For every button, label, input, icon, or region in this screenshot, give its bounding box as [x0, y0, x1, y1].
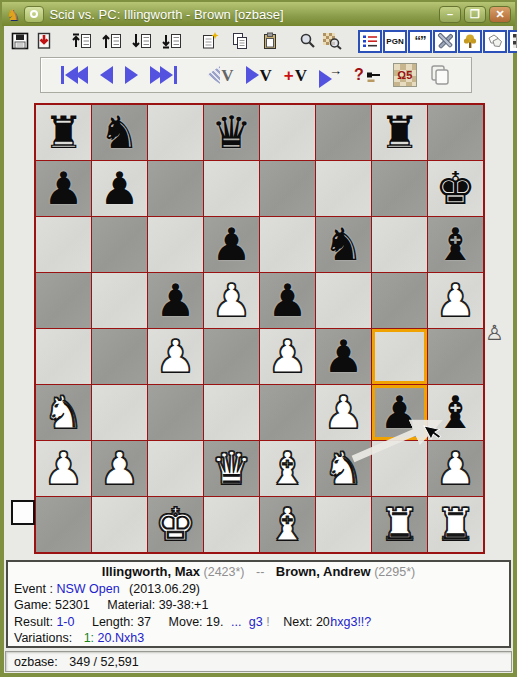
white-player-rating: (2423*) — [204, 565, 245, 579]
save-icon[interactable] — [8, 28, 32, 54]
black-pawn[interactable]: ♟ — [323, 334, 363, 379]
square-d7[interactable] — [204, 161, 259, 216]
autoplay-button[interactable]: → — [315, 60, 346, 90]
game-number: 52301 — [55, 598, 90, 612]
square-a5[interactable] — [36, 273, 91, 328]
square-h5[interactable]: ♟ — [428, 273, 483, 328]
square-c7[interactable] — [148, 161, 203, 216]
leave-variation-button[interactable]: V — [203, 60, 237, 90]
black-rook[interactable]: ♜ — [379, 110, 419, 155]
copy-game-icon[interactable] — [228, 28, 252, 54]
white-rook[interactable]: ♜ — [379, 502, 419, 547]
white-pawn[interactable]: ♟ — [155, 334, 195, 379]
square-h3[interactable]: ♝ — [428, 385, 483, 440]
square-a7[interactable]: ♟ — [36, 161, 91, 216]
square-b4[interactable] — [92, 329, 147, 384]
white-king[interactable]: ♚ — [155, 502, 195, 547]
square-b8[interactable]: ♞ — [92, 105, 147, 160]
close-button[interactable]: ✕ — [489, 6, 511, 23]
maximize-button[interactable]: ❒ — [464, 6, 486, 23]
square-b5[interactable] — [92, 273, 147, 328]
black-pawn[interactable]: ♟ — [211, 222, 251, 267]
white-pawn[interactable]: ♟ — [323, 390, 363, 435]
square-e3[interactable] — [260, 385, 315, 440]
material-label: Material: — [107, 598, 155, 612]
black-queen[interactable]: ♛ — [211, 110, 251, 155]
nav-toolbar: V V +V → ? Ω5 — [40, 57, 472, 93]
square-a2[interactable]: ♟ — [36, 441, 91, 496]
square-b1[interactable] — [92, 497, 147, 552]
tree-icon[interactable] — [458, 30, 482, 53]
enter-variation-button[interactable]: V — [242, 60, 276, 90]
previous-game-icon[interactable] — [100, 28, 124, 54]
export-game-icon[interactable] — [32, 28, 56, 54]
material-value: 39-38:+1 — [159, 598, 209, 612]
copy-board-button[interactable] — [425, 60, 455, 90]
last-move-button[interactable] — [146, 60, 181, 90]
black-pawn[interactable]: ♟ — [155, 278, 195, 323]
square-f1[interactable] — [316, 497, 371, 552]
black-knight[interactable]: ♞ — [323, 222, 363, 267]
add-variation-button[interactable]: +V — [280, 60, 311, 90]
black-pawn[interactable]: ♟ — [99, 166, 139, 211]
square-f7[interactable] — [316, 161, 371, 216]
next-label: Next: — [283, 615, 312, 629]
database-name: ozbase: — [14, 655, 58, 669]
square-h8[interactable] — [428, 105, 483, 160]
result-label: Result: — [14, 615, 53, 629]
move-ellipsis[interactable]: ... — [231, 615, 241, 629]
black-player-name[interactable]: Brown, Andrew — [276, 564, 371, 579]
chess-board: ♜♞♛♜♟♟♚♟♞♝♟♟♟♟♟♟♟♞♟♟♝♟♟♛♝♞♟♚♝♜♜ — [34, 103, 485, 554]
annotate-button[interactable]: ? — [350, 60, 385, 90]
square-h2[interactable]: ♟ — [428, 441, 483, 496]
square-h4[interactable] — [428, 329, 483, 384]
status-bar: ozbase: 349 / 52,591 — [5, 651, 512, 672]
square-c4[interactable]: ♟ — [148, 329, 203, 384]
square-f2[interactable]: ♞ — [316, 441, 371, 496]
square-b3[interactable] — [92, 385, 147, 440]
first-move-button[interactable] — [57, 60, 92, 90]
square-c5[interactable]: ♟ — [148, 273, 203, 328]
black-knight[interactable]: ♞ — [99, 110, 139, 155]
square-b6[interactable] — [92, 217, 147, 272]
square-a8[interactable]: ♜ — [36, 105, 91, 160]
square-g4[interactable] — [372, 329, 427, 384]
variations-label: Variations: — [14, 631, 72, 645]
length-value: 37 — [137, 615, 151, 629]
first-game-icon[interactable] — [70, 28, 94, 54]
length-label: Length: — [92, 615, 134, 629]
next-game-icon[interactable] — [130, 28, 154, 54]
variation-index: 1: — [84, 631, 94, 645]
minimize-button[interactable]: – — [439, 6, 461, 23]
board-area: ♜♞♛♜♟♟♚♟♞♝♟♟♟♟♟♟♟♞♟♟♝♟♟♛♝♞♟♚♝♜♜ ♙ — [4, 96, 513, 560]
square-c1[interactable]: ♚ — [148, 497, 203, 552]
white-queen[interactable]: ♛ — [211, 446, 251, 491]
square-c8[interactable] — [148, 105, 203, 160]
square-f6[interactable]: ♞ — [316, 217, 371, 272]
next-move-button[interactable] — [121, 60, 142, 90]
game-label: Game: — [14, 598, 52, 612]
square-d4[interactable] — [204, 329, 259, 384]
previous-move-button[interactable] — [96, 60, 117, 90]
finder-icon[interactable] — [483, 30, 507, 53]
event-link[interactable]: NSW Open — [56, 582, 119, 596]
window-interior: PGN “” — [4, 26, 513, 673]
square-a1[interactable] — [36, 497, 91, 552]
search-board-icon[interactable] — [320, 28, 344, 54]
square-g6[interactable] — [372, 217, 427, 272]
square-f5[interactable] — [316, 273, 371, 328]
white-pawn[interactable]: ♟ — [211, 278, 251, 323]
square-g7[interactable] — [372, 161, 427, 216]
square-g2[interactable] — [372, 441, 427, 496]
gavel-icon — [365, 67, 381, 83]
square-h1[interactable]: ♜ — [428, 497, 483, 552]
white-pawn[interactable]: ♟ — [99, 446, 139, 491]
square-d3[interactable] — [204, 385, 259, 440]
titlebar[interactable]: ♞ Scid vs. PC: Illingworth - Brown [ozba… — [2, 2, 515, 26]
white-bishop[interactable]: ♝ — [267, 502, 307, 547]
square-a3[interactable]: ♞ — [36, 385, 91, 440]
game-info-panel: Illingworth, Max (2423*) -- Brown, Andre… — [6, 560, 511, 648]
square-e7[interactable] — [260, 161, 315, 216]
paste-game-icon[interactable] — [258, 28, 282, 54]
square-b7[interactable]: ♟ — [92, 161, 147, 216]
next-move-san[interactable]: hxg3!!? — [330, 615, 371, 629]
square-c2[interactable] — [148, 441, 203, 496]
event-date: (2013.06.29) — [129, 582, 200, 596]
copy-pages-icon — [429, 64, 451, 86]
square-f8[interactable] — [316, 105, 371, 160]
square-g1[interactable]: ♜ — [372, 497, 427, 552]
square-e6[interactable] — [260, 217, 315, 272]
white-bishop[interactable]: ♝ — [267, 446, 307, 491]
result-value[interactable]: 1-0 — [56, 615, 74, 629]
window-title: Scid vs. PC: Illingworth - Brown [ozbase… — [49, 7, 434, 22]
square-g3[interactable]: ♟ — [372, 385, 427, 440]
move-label: Move: — [169, 615, 203, 629]
square-e8[interactable] — [260, 105, 315, 160]
square-a6[interactable] — [36, 217, 91, 272]
square-d6[interactable]: ♟ — [204, 217, 259, 272]
square-e5[interactable]: ♟ — [260, 273, 315, 328]
game-list-icon[interactable] — [358, 30, 382, 53]
app-icon: ♞ — [6, 7, 19, 22]
square-h6[interactable]: ♝ — [428, 217, 483, 272]
square-h7[interactable]: ♚ — [428, 161, 483, 216]
players-separator: -- — [256, 565, 264, 579]
variation-move[interactable]: 20.Nxh3 — [98, 631, 145, 645]
square-d8[interactable]: ♛ — [204, 105, 259, 160]
square-d2[interactable]: ♛ — [204, 441, 259, 496]
black-bishop[interactable]: ♝ — [435, 222, 475, 267]
color-indicator-square — [11, 500, 35, 525]
pgn-icon[interactable]: PGN — [383, 30, 407, 53]
event-label: Event : — [14, 582, 53, 596]
white-rook[interactable]: ♜ — [435, 502, 475, 547]
move-mark: ! — [266, 615, 269, 629]
search-icon[interactable] — [296, 28, 320, 54]
square-f3[interactable]: ♟ — [316, 385, 371, 440]
white-knight[interactable]: ♞ — [43, 390, 83, 435]
move-number: 19. — [206, 615, 223, 629]
square-e4[interactable]: ♟ — [260, 329, 315, 384]
main-toolbar: PGN “” — [4, 26, 513, 56]
square-a4[interactable] — [36, 329, 91, 384]
white-pawn[interactable]: ♟ — [43, 446, 83, 491]
black-player-rating: (2295*) — [374, 565, 415, 579]
black-pawn[interactable]: ♟ — [267, 278, 307, 323]
black-bishop[interactable]: ♝ — [435, 390, 475, 435]
square-d1[interactable] — [204, 497, 259, 552]
last-game-icon[interactable] — [160, 28, 184, 54]
black-rook[interactable]: ♜ — [43, 110, 83, 155]
white-pawn[interactable]: ♟ — [435, 278, 475, 323]
move-san[interactable]: g3 — [249, 615, 263, 629]
window-menu-button[interactable] — [24, 6, 44, 23]
comment-editor-icon[interactable]: “” — [408, 30, 432, 53]
maintenance-icon[interactable] — [433, 30, 457, 53]
setup-board-button[interactable]: Ω5 — [389, 60, 421, 90]
square-g8[interactable]: ♜ — [372, 105, 427, 160]
black-king[interactable]: ♚ — [435, 166, 475, 211]
black-pawn[interactable]: ♟ — [43, 166, 83, 211]
side-to-move-icon: ♙ — [485, 321, 504, 345]
white-pawn[interactable]: ♟ — [267, 334, 307, 379]
square-e2[interactable]: ♝ — [260, 441, 315, 496]
square-f4[interactable]: ♟ — [316, 329, 371, 384]
board-search-icon[interactable] — [508, 30, 517, 53]
square-g5[interactable] — [372, 273, 427, 328]
square-e1[interactable]: ♝ — [260, 497, 315, 552]
white-player-name[interactable]: Illingworth, Max — [102, 564, 200, 579]
square-c3[interactable] — [148, 385, 203, 440]
square-b2[interactable]: ♟ — [92, 441, 147, 496]
square-c6[interactable] — [148, 217, 203, 272]
square-d5[interactable]: ♟ — [204, 273, 259, 328]
white-knight[interactable]: ♞ — [323, 446, 363, 491]
scid-window: ♞ Scid vs. PC: Illingworth - Brown [ozba… — [0, 0, 517, 677]
black-pawn[interactable]: ♟ — [379, 390, 419, 435]
white-pawn[interactable]: ♟ — [435, 446, 475, 491]
new-game-icon[interactable] — [198, 28, 222, 54]
database-counts: 349 / 52,591 — [69, 655, 139, 669]
